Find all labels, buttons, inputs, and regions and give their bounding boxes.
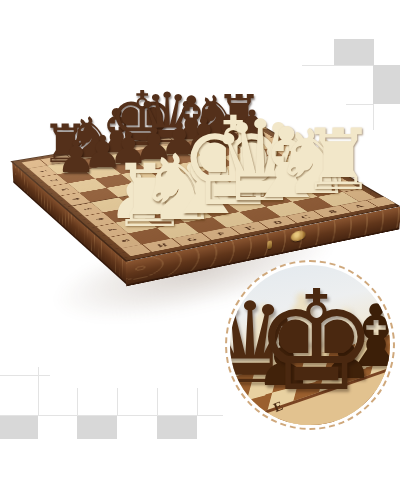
- brass-clasp-hook: [267, 240, 272, 249]
- detail-inset: E ♟♟♟♛♟♚♟♝: [225, 260, 395, 430]
- inset-photo: E ♟♟♟♛♟♚♟♝: [230, 265, 390, 425]
- inset-piece-dark-king: ♚: [254, 273, 378, 411]
- product-image: HGFEDCBA 12345678 ♜♞♝♚♛♝♞♜♟♟♟♟♟♟♟♟♟♟♟♟♟♟…: [0, 0, 400, 480]
- coordinate-label-number: 2: [39, 174, 68, 186]
- chess-board: HGFEDCBA 12345678: [10, 121, 400, 262]
- brass-clasp: [291, 230, 306, 243]
